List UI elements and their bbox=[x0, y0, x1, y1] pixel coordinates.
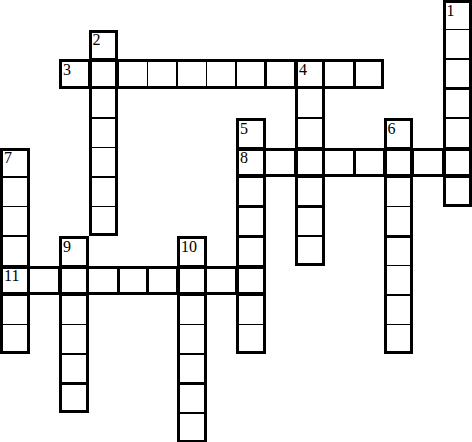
cell-divider bbox=[61, 353, 87, 355]
cell-divider bbox=[445, 29, 471, 31]
clue-number-11: 11 bbox=[4, 268, 19, 284]
cell-divider bbox=[2, 206, 28, 208]
cell-divider bbox=[2, 324, 28, 326]
grid-line-segment bbox=[59, 382, 89, 385]
clue-number-4: 4 bbox=[299, 62, 307, 78]
clue-number-8: 8 bbox=[240, 150, 248, 166]
cell-divider bbox=[386, 294, 412, 296]
cell-divider bbox=[179, 324, 205, 326]
cell-divider bbox=[206, 61, 208, 87]
cell-divider bbox=[445, 117, 471, 119]
clue-number-2: 2 bbox=[93, 32, 101, 48]
cell-divider bbox=[297, 117, 323, 119]
cell-divider bbox=[61, 265, 87, 267]
grid-line-segment bbox=[177, 382, 207, 385]
cell-divider bbox=[61, 324, 87, 326]
cell-divider bbox=[297, 235, 323, 237]
cell-divider bbox=[179, 265, 205, 267]
word-box-10-down[interactable] bbox=[177, 236, 207, 442]
cell-divider bbox=[386, 324, 412, 326]
grid-line-segment bbox=[443, 87, 472, 90]
word-box-11-across[interactable] bbox=[0, 266, 266, 296]
cell-divider bbox=[238, 324, 264, 326]
cell-divider bbox=[91, 206, 117, 208]
cell-divider bbox=[2, 294, 28, 296]
clue-number-5: 5 bbox=[240, 121, 248, 137]
cell-divider bbox=[235, 61, 237, 87]
cell-divider bbox=[91, 58, 117, 60]
cell-divider bbox=[2, 176, 28, 178]
cell-divider bbox=[386, 147, 412, 149]
clue-number-6: 6 bbox=[388, 121, 396, 137]
cell-divider bbox=[238, 176, 264, 178]
cell-divider bbox=[386, 206, 412, 208]
grid-line-segment bbox=[236, 205, 266, 208]
grid-line-segment bbox=[353, 59, 356, 89]
cell-divider bbox=[179, 353, 205, 355]
cell-divider bbox=[297, 176, 323, 178]
cell-divider bbox=[386, 265, 412, 267]
clue-number-10: 10 bbox=[181, 239, 197, 255]
clue-number-7: 7 bbox=[4, 150, 12, 166]
grid-line-segment bbox=[264, 59, 267, 89]
cell-divider bbox=[179, 412, 205, 414]
clue-number-3: 3 bbox=[63, 62, 71, 78]
grid-line-segment bbox=[295, 205, 325, 208]
cell-divider bbox=[2, 235, 28, 237]
clue-number-1: 1 bbox=[447, 3, 455, 19]
grid-line-segment bbox=[117, 266, 120, 296]
clue-number-9: 9 bbox=[63, 239, 71, 255]
cell-divider bbox=[445, 176, 471, 178]
cell-divider bbox=[91, 176, 117, 178]
grid-line-segment bbox=[353, 148, 356, 178]
cell-divider bbox=[91, 88, 117, 90]
cell-divider bbox=[297, 88, 323, 90]
cell-divider bbox=[445, 58, 471, 60]
grid-line-segment bbox=[146, 266, 149, 296]
cell-divider bbox=[238, 265, 264, 267]
cell-divider bbox=[61, 294, 87, 296]
cell-divider bbox=[176, 61, 178, 87]
cell-divider bbox=[238, 294, 264, 296]
grid-line-segment bbox=[236, 235, 266, 238]
cell-divider bbox=[179, 294, 205, 296]
cell-divider bbox=[91, 147, 117, 149]
cell-divider bbox=[445, 147, 471, 149]
cell-divider bbox=[297, 147, 323, 149]
crossword-grid: 1234567891011 bbox=[0, 0, 472, 442]
cell-divider bbox=[91, 117, 117, 119]
grid-line-segment bbox=[384, 235, 414, 238]
cell-divider bbox=[147, 61, 149, 87]
cell-divider bbox=[386, 176, 412, 178]
